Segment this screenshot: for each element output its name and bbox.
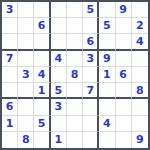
cell-r3c6[interactable]: 6 [83,34,99,50]
cell-r6c9[interactable]: 8 [132,83,148,99]
given-digit: 9 [119,4,127,15]
cell-r6c2[interactable] [18,83,34,99]
given-digit: 5 [54,85,62,96]
given-digit: 9 [103,53,111,64]
cell-r2c1[interactable] [2,18,18,34]
given-digit: 1 [6,118,14,129]
cell-r4c1[interactable]: 7 [2,51,18,67]
cell-r4c6[interactable]: 3 [83,51,99,67]
cell-r4c2[interactable] [18,51,34,67]
given-digit: 4 [54,53,62,64]
cell-r1c9[interactable] [132,2,148,18]
cell-r5c3[interactable]: 4 [34,67,50,83]
cell-r9c5[interactable] [67,132,83,148]
given-digit: 5 [86,4,94,15]
cell-r1c6[interactable]: 5 [83,2,99,18]
cell-r3c2[interactable] [18,34,34,50]
cell-r4c8[interactable] [116,51,132,67]
cell-r8c5[interactable] [67,116,83,132]
sudoku-board: 35965264743934816157863154819 [0,0,150,150]
given-digit: 8 [136,85,144,96]
cell-r9c2[interactable]: 8 [18,132,34,148]
cell-r7c7[interactable] [99,99,115,115]
cell-r6c7[interactable] [99,83,115,99]
cell-r4c4[interactable]: 4 [51,51,67,67]
cell-r2c2[interactable] [18,18,34,34]
cell-r3c1[interactable] [2,34,18,50]
given-digit: 1 [103,69,111,80]
given-digit: 7 [86,85,94,96]
cell-r1c7[interactable] [99,2,115,18]
cell-r7c6[interactable] [83,99,99,115]
cell-r4c7[interactable]: 9 [99,51,115,67]
cell-r2c4[interactable] [51,18,67,34]
cell-r2c8[interactable] [116,18,132,34]
cell-r7c9[interactable] [132,99,148,115]
given-digit: 4 [136,36,144,47]
cell-r2c6[interactable] [83,18,99,34]
cell-r6c6[interactable]: 7 [83,83,99,99]
cell-r5c7[interactable]: 1 [99,67,115,83]
cell-r3c4[interactable] [51,34,67,50]
given-digit: 9 [136,134,144,145]
cell-r6c1[interactable] [2,83,18,99]
cell-r5c1[interactable] [2,67,18,83]
cell-r9c8[interactable] [116,132,132,148]
cell-r8c9[interactable] [132,116,148,132]
cell-r3c9[interactable]: 4 [132,34,148,50]
cell-r4c3[interactable] [34,51,50,67]
given-digit: 2 [136,20,144,31]
cell-r5c2[interactable]: 3 [18,67,34,83]
given-digit: 3 [6,4,14,15]
cell-r6c8[interactable] [116,83,132,99]
cell-r9c4[interactable]: 1 [51,132,67,148]
given-digit: 8 [71,69,79,80]
cell-r1c1[interactable]: 3 [2,2,18,18]
given-digit: 5 [38,118,46,129]
cell-r6c4[interactable]: 5 [51,83,67,99]
cell-r9c7[interactable] [99,132,115,148]
given-digit: 8 [22,134,30,145]
given-digit: 6 [119,69,127,80]
cell-r3c5[interactable] [67,34,83,50]
cell-r2c7[interactable]: 5 [99,18,115,34]
given-digit: 3 [54,101,62,112]
cell-r7c4[interactable]: 3 [51,99,67,115]
cell-r9c1[interactable] [2,132,18,148]
given-digit: 3 [22,69,30,80]
cell-r7c1[interactable]: 6 [2,99,18,115]
cell-r7c3[interactable] [34,99,50,115]
cell-r8c4[interactable] [51,116,67,132]
cell-r5c6[interactable] [83,67,99,83]
given-digit: 1 [38,85,46,96]
cell-r2c3[interactable]: 6 [34,18,50,34]
given-digit: 3 [86,53,94,64]
given-digit: 5 [103,20,111,31]
cell-r8c8[interactable] [116,116,132,132]
cell-r9c9[interactable]: 9 [132,132,148,148]
given-digit: 6 [38,20,46,31]
cell-r4c9[interactable] [132,51,148,67]
cell-r1c4[interactable] [51,2,67,18]
cell-r2c5[interactable] [67,18,83,34]
cell-r7c8[interactable] [116,99,132,115]
cell-r7c5[interactable] [67,99,83,115]
cell-r4c5[interactable] [67,51,83,67]
cell-r8c6[interactable] [83,116,99,132]
given-digit: 4 [38,69,46,80]
cell-r1c8[interactable]: 9 [116,2,132,18]
cell-r6c3[interactable]: 1 [34,83,50,99]
cell-r3c7[interactable] [99,34,115,50]
cell-r1c3[interactable] [34,2,50,18]
cell-r6c5[interactable] [67,83,83,99]
cell-r1c2[interactable] [18,2,34,18]
cell-r8c7[interactable]: 4 [99,116,115,132]
cell-r5c9[interactable] [132,67,148,83]
cell-r7c2[interactable] [18,99,34,115]
cell-r9c6[interactable] [83,132,99,148]
given-digit: 1 [54,134,62,145]
given-digit: 4 [103,118,111,129]
cell-r2c9[interactable]: 2 [132,18,148,34]
given-digit: 6 [86,36,94,47]
cell-r3c8[interactable] [116,34,132,50]
cell-r5c5[interactable]: 8 [67,67,83,83]
cell-r5c8[interactable]: 6 [116,67,132,83]
given-digit: 7 [6,53,14,64]
cell-r1c5[interactable] [67,2,83,18]
cell-r3c3[interactable] [34,34,50,50]
cell-r8c2[interactable] [18,116,34,132]
cell-r9c3[interactable] [34,132,50,148]
given-digit: 6 [6,101,14,112]
cell-r5c4[interactable] [51,67,67,83]
cell-r8c3[interactable]: 5 [34,116,50,132]
cell-r8c1[interactable]: 1 [2,116,18,132]
